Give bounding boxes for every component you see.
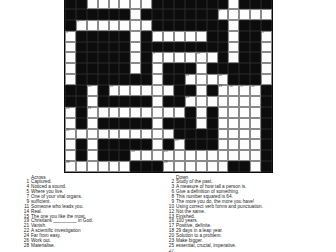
black-cell	[196, 129, 207, 140]
black-cell	[261, 118, 272, 129]
black-cell	[261, 20, 272, 31]
white-cell	[218, 107, 229, 118]
white-cell	[119, 107, 130, 118]
cell-number: 22	[66, 129, 69, 133]
white-cell	[239, 150, 250, 161]
black-cell	[76, 139, 87, 150]
cell-number: 25	[164, 150, 167, 154]
black-cell	[119, 31, 130, 42]
white-cell: 3	[228, 0, 239, 9]
black-cell	[141, 96, 152, 107]
black-cell	[174, 85, 185, 96]
black-cell	[141, 9, 152, 20]
white-cell	[174, 107, 185, 118]
white-cell	[218, 161, 229, 172]
white-cell	[261, 42, 272, 53]
black-cell	[141, 42, 152, 53]
white-cell	[228, 20, 239, 31]
white-cell	[196, 150, 207, 161]
black-cell	[163, 118, 174, 129]
black-cell	[261, 0, 272, 9]
black-cell	[109, 150, 120, 161]
black-cell	[185, 20, 196, 31]
white-cell	[87, 118, 98, 129]
white-cell	[152, 96, 163, 107]
black-cell	[141, 74, 152, 85]
black-cell	[239, 20, 250, 31]
cell-number: 15	[219, 85, 222, 89]
white-cell	[130, 9, 141, 20]
white-cell: 7	[152, 31, 163, 42]
white-cell: 10	[196, 52, 207, 63]
white-cell: 11	[185, 74, 196, 85]
white-cell	[130, 31, 141, 42]
white-cell	[207, 150, 218, 161]
black-cell	[141, 139, 152, 150]
white-cell	[196, 63, 207, 74]
cell-number: 1	[88, 0, 90, 2]
white-cell	[174, 161, 185, 172]
black-cell	[163, 63, 174, 74]
black-cell	[98, 42, 109, 53]
black-cell	[261, 107, 272, 118]
white-cell: 4	[218, 9, 229, 20]
white-cell	[261, 9, 272, 20]
white-cell	[250, 107, 261, 118]
black-cell	[141, 52, 152, 63]
white-cell	[109, 0, 120, 9]
black-cell	[261, 150, 272, 161]
white-cell	[239, 129, 250, 140]
black-cell	[185, 42, 196, 53]
black-cell	[109, 139, 120, 150]
black-cell	[174, 42, 185, 53]
white-cell	[196, 118, 207, 129]
white-cell	[130, 107, 141, 118]
white-cell	[109, 161, 120, 172]
white-cell	[119, 129, 130, 140]
white-cell	[130, 42, 141, 53]
black-cell	[207, 129, 218, 140]
white-cell	[207, 96, 218, 107]
white-cell	[141, 85, 152, 96]
clue-number: 28	[20, 244, 29, 249]
cell-number: 9	[153, 52, 155, 56]
white-cell	[109, 129, 120, 140]
black-cell	[109, 118, 120, 129]
black-cell	[98, 9, 109, 20]
black-cell	[163, 9, 174, 20]
white-cell	[141, 129, 152, 140]
across-clue-list: Across 1Captured.4Noticed a sound.5Where…	[20, 175, 160, 249]
black-cell	[261, 85, 272, 96]
cell-number: 14	[110, 85, 113, 89]
black-cell	[207, 139, 218, 150]
white-cell	[152, 85, 163, 96]
black-cell	[130, 161, 141, 172]
white-cell	[152, 118, 163, 129]
black-cell	[76, 31, 87, 42]
white-cell	[119, 0, 130, 9]
white-cell: 8	[261, 31, 272, 42]
white-cell	[141, 150, 152, 161]
white-cell	[261, 74, 272, 85]
black-cell	[119, 118, 130, 129]
black-cell	[76, 74, 87, 85]
black-cell	[98, 63, 109, 74]
cell-number: 18	[251, 85, 254, 89]
white-cell	[228, 31, 239, 42]
black-cell	[250, 31, 261, 42]
white-cell: 18	[250, 85, 261, 96]
white-cell	[152, 129, 163, 140]
white-cell	[163, 85, 174, 96]
white-cell	[87, 139, 98, 150]
crossword-worksheet-page: { "game": "crossword", "position": "##..…	[0, 0, 336, 252]
white-cell	[152, 107, 163, 118]
white-cell: 15	[218, 85, 229, 96]
black-cell	[98, 52, 109, 63]
cell-number: 10	[197, 52, 200, 56]
black-cell	[163, 42, 174, 53]
cell-number: 21	[88, 107, 91, 111]
cell-number: 26	[66, 161, 69, 165]
white-cell	[65, 139, 76, 150]
black-cell	[87, 31, 98, 42]
white-cell	[250, 9, 261, 20]
black-cell	[185, 139, 196, 150]
white-cell	[76, 161, 87, 172]
white-cell	[239, 9, 250, 20]
white-cell	[239, 139, 250, 150]
black-cell	[239, 31, 250, 42]
white-cell	[261, 63, 272, 74]
white-cell	[65, 63, 76, 74]
white-cell: 19	[185, 96, 196, 107]
black-cell	[119, 96, 130, 107]
cell-number: 16	[229, 85, 232, 89]
black-cell	[239, 0, 250, 9]
white-cell: 22	[65, 129, 76, 140]
black-cell	[185, 118, 196, 129]
cell-number: 28	[164, 161, 167, 165]
white-cell	[119, 161, 130, 172]
cell-number: 4	[219, 9, 221, 13]
black-cell	[109, 63, 120, 74]
white-cell	[152, 150, 163, 161]
black-cell	[196, 0, 207, 9]
cell-number: 3	[229, 0, 231, 2]
white-cell	[174, 150, 185, 161]
white-cell	[207, 74, 218, 85]
white-cell	[185, 161, 196, 172]
black-cell	[261, 139, 272, 150]
black-cell	[207, 31, 218, 42]
white-cell	[87, 20, 98, 31]
black-cell	[109, 31, 120, 42]
white-cell: 1	[87, 0, 98, 9]
white-cell: 24	[130, 150, 141, 161]
white-cell	[196, 85, 207, 96]
white-cell	[250, 150, 261, 161]
cell-number: 8	[262, 31, 264, 35]
black-cell	[228, 161, 239, 172]
black-cell	[130, 118, 141, 129]
white-cell: 20	[65, 107, 76, 118]
white-cell	[218, 96, 229, 107]
white-cell	[207, 52, 218, 63]
black-cell	[174, 96, 185, 107]
black-cell	[218, 52, 229, 63]
black-cell	[239, 42, 250, 53]
cell-number: 7	[153, 31, 155, 35]
crossword-grid: 1234567891011121314151617181920212223242…	[65, 0, 272, 172]
cell-number: 20	[66, 107, 69, 111]
white-cell: 17	[239, 85, 250, 96]
cell-number: 6	[66, 31, 68, 35]
white-cell	[174, 31, 185, 42]
white-cell	[196, 107, 207, 118]
black-cell	[250, 0, 261, 9]
white-cell	[163, 129, 174, 140]
black-cell	[141, 63, 152, 74]
black-cell	[98, 139, 109, 150]
white-cell: 6	[65, 31, 76, 42]
black-cell	[163, 20, 174, 31]
white-cell	[65, 118, 76, 129]
cell-number: 13	[88, 85, 91, 89]
black-cell	[261, 96, 272, 107]
cell-number: 23	[175, 139, 178, 143]
white-cell	[218, 150, 229, 161]
black-cell	[141, 31, 152, 42]
black-cell	[87, 63, 98, 74]
white-cell	[185, 52, 196, 63]
white-cell	[109, 20, 120, 31]
black-cell	[119, 52, 130, 63]
white-cell: 2	[130, 0, 141, 9]
white-cell	[250, 96, 261, 107]
black-cell	[152, 0, 163, 9]
black-cell	[207, 9, 218, 20]
black-cell	[109, 52, 120, 63]
white-cell	[228, 129, 239, 140]
white-cell	[87, 129, 98, 140]
black-cell	[76, 96, 87, 107]
clue-item: 28Materialise.	[20, 244, 160, 249]
white-cell: 16	[228, 85, 239, 96]
black-cell	[76, 0, 87, 9]
black-cell	[119, 74, 130, 85]
white-cell	[130, 129, 141, 140]
white-cell	[119, 20, 130, 31]
black-cell	[207, 85, 218, 96]
black-cell	[207, 0, 218, 9]
black-cell	[185, 9, 196, 20]
black-cell	[76, 63, 87, 74]
black-cell	[174, 63, 185, 74]
black-cell	[76, 150, 87, 161]
clue-text: Materialise.	[31, 244, 55, 249]
black-cell	[109, 9, 120, 20]
black-cell	[163, 74, 174, 85]
black-cell	[174, 0, 185, 9]
black-cell	[239, 63, 250, 74]
black-cell	[98, 85, 109, 96]
white-cell	[196, 31, 207, 42]
black-cell	[76, 52, 87, 63]
white-cell	[163, 107, 174, 118]
black-cell	[76, 118, 87, 129]
black-cell	[87, 9, 98, 20]
white-cell	[87, 161, 98, 172]
white-cell: 14	[109, 85, 120, 96]
white-cell	[261, 52, 272, 63]
white-cell	[174, 52, 185, 63]
black-cell	[239, 52, 250, 63]
white-cell	[228, 52, 239, 63]
white-cell	[228, 150, 239, 161]
black-cell	[218, 42, 229, 53]
black-cell	[250, 42, 261, 53]
white-cell	[130, 63, 141, 74]
white-cell	[196, 74, 207, 85]
white-cell	[228, 42, 239, 53]
clue-number: 27	[165, 249, 174, 252]
black-cell	[250, 63, 261, 74]
white-cell	[163, 31, 174, 42]
black-cell	[196, 20, 207, 31]
white-cell: 28	[163, 161, 174, 172]
black-cell	[261, 161, 272, 172]
white-cell: 13	[87, 85, 98, 96]
white-cell	[250, 161, 261, 172]
black-cell	[152, 161, 163, 172]
cell-number: 5	[77, 20, 79, 24]
white-cell	[98, 161, 109, 172]
black-cell	[185, 129, 196, 140]
black-cell	[152, 20, 163, 31]
black-cell	[196, 139, 207, 150]
white-cell	[98, 20, 109, 31]
black-cell	[185, 0, 196, 9]
down-clue-list: Down 2Study of the past.3A measure of ho…	[165, 175, 335, 252]
black-cell	[174, 118, 185, 129]
black-cell	[98, 74, 109, 85]
cell-number: 24	[131, 150, 134, 154]
black-cell	[228, 63, 239, 74]
white-cell: 9	[152, 52, 163, 63]
white-cell	[228, 96, 239, 107]
white-cell	[76, 129, 87, 140]
black-cell	[174, 74, 185, 85]
black-cell	[174, 9, 185, 20]
black-cell	[239, 161, 250, 172]
white-cell	[250, 118, 261, 129]
white-cell	[130, 20, 141, 31]
black-cell	[207, 118, 218, 129]
white-cell	[98, 129, 109, 140]
black-cell	[119, 42, 130, 53]
crossword-grid-cells: 1234567891011121314151617181920212223242…	[65, 0, 272, 172]
black-cell	[163, 96, 174, 107]
white-cell	[109, 107, 120, 118]
white-cell	[228, 107, 239, 118]
black-cell	[185, 107, 196, 118]
clue-text: essential, crucial, imperative.	[176, 244, 236, 249]
black-cell	[174, 20, 185, 31]
black-cell	[250, 52, 261, 63]
white-cell	[228, 139, 239, 150]
black-cell	[207, 107, 218, 118]
black-cell	[65, 9, 76, 20]
black-cell	[119, 139, 130, 150]
black-cell	[152, 9, 163, 20]
white-cell	[196, 96, 207, 107]
white-cell	[218, 139, 229, 150]
black-cell	[218, 20, 229, 31]
black-cell	[141, 161, 152, 172]
black-cell	[196, 9, 207, 20]
cell-number: 17	[240, 85, 243, 89]
cell-number: 12	[219, 74, 222, 78]
down-clue-partial: 27	[165, 249, 335, 252]
cell-number: 11	[186, 74, 189, 78]
black-cell	[109, 42, 120, 53]
white-cell	[207, 161, 218, 172]
white-cell	[65, 52, 76, 63]
white-cell	[152, 63, 163, 74]
black-cell	[109, 96, 120, 107]
white-cell	[250, 129, 261, 140]
black-cell	[261, 129, 272, 140]
black-cell	[98, 31, 109, 42]
black-cell	[87, 52, 98, 63]
white-cell	[87, 150, 98, 161]
white-cell	[228, 9, 239, 20]
white-cell	[130, 52, 141, 63]
black-cell	[98, 150, 109, 161]
white-cell	[228, 118, 239, 129]
white-cell	[239, 96, 250, 107]
white-cell	[250, 139, 261, 150]
black-cell	[207, 63, 218, 74]
black-cell	[98, 96, 109, 107]
white-cell	[141, 107, 152, 118]
black-cell	[250, 20, 261, 31]
black-cell	[207, 42, 218, 53]
black-cell	[207, 20, 218, 31]
white-cell	[239, 107, 250, 118]
white-cell: 5	[76, 20, 87, 31]
black-cell	[119, 9, 130, 20]
black-cell	[65, 20, 76, 31]
white-cell	[163, 52, 174, 63]
black-cell	[65, 85, 76, 96]
cell-number: 19	[186, 96, 189, 100]
black-cell	[130, 96, 141, 107]
black-cell	[76, 85, 87, 96]
white-cell	[218, 118, 229, 129]
white-cell	[218, 129, 229, 140]
white-cell	[65, 42, 76, 53]
white-cell	[239, 118, 250, 129]
black-cell	[98, 118, 109, 129]
cell-number: 2	[131, 0, 133, 2]
black-cell	[141, 118, 152, 129]
white-cell	[119, 85, 130, 96]
white-cell	[98, 107, 109, 118]
